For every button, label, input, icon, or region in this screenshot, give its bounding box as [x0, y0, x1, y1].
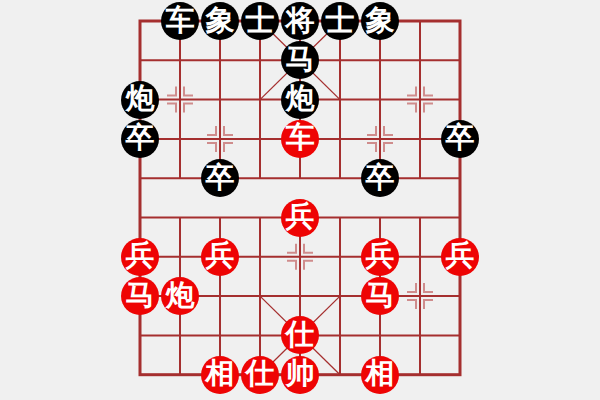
piece-black-cannon[interactable]: 炮	[121, 81, 159, 119]
piece-black-elephant[interactable]: 象	[361, 2, 399, 40]
piece-red-soldier[interactable]: 兵	[361, 238, 399, 276]
piece-glyph: 相	[366, 359, 395, 388]
piece-glyph: 兵	[446, 241, 475, 270]
piece-red-horse[interactable]: 马	[361, 277, 399, 315]
piece-black-elephant[interactable]: 象	[201, 2, 239, 40]
piece-glyph: 炮	[286, 84, 315, 113]
piece-red-general[interactable]: 帅	[281, 356, 319, 394]
piece-glyph: 象	[366, 6, 395, 35]
piece-glyph: 将	[286, 6, 315, 35]
piece-red-advisor[interactable]: 仕	[281, 316, 319, 354]
piece-black-soldier[interactable]: 卒	[201, 159, 239, 197]
piece-red-cannon[interactable]: 炮	[161, 277, 199, 315]
piece-glyph: 马	[286, 45, 315, 74]
piece-glyph: 车	[286, 123, 315, 152]
piece-red-soldier[interactable]: 兵	[201, 238, 239, 276]
piece-glyph: 兵	[206, 241, 235, 270]
piece-glyph: 仕	[246, 359, 275, 388]
piece-glyph: 帅	[286, 359, 315, 388]
piece-black-cannon[interactable]: 炮	[281, 81, 319, 119]
piece-red-elephant[interactable]: 相	[361, 356, 399, 394]
piece-glyph: 相	[206, 359, 235, 388]
piece-glyph: 象	[206, 6, 235, 35]
piece-glyph: 仕	[286, 320, 315, 349]
piece-glyph: 炮	[166, 281, 195, 310]
piece-red-advisor[interactable]: 仕	[241, 356, 279, 394]
piece-red-soldier[interactable]: 兵	[441, 238, 479, 276]
piece-glyph: 兵	[366, 241, 395, 270]
piece-glyph: 士	[246, 6, 275, 35]
piece-black-horse[interactable]: 马	[281, 41, 319, 79]
piece-glyph: 卒	[126, 123, 155, 152]
piece-black-soldier[interactable]: 卒	[441, 120, 479, 158]
piece-red-soldier[interactable]: 兵	[121, 238, 159, 276]
piece-black-advisor[interactable]: 士	[241, 2, 279, 40]
piece-black-soldier[interactable]: 卒	[121, 120, 159, 158]
piece-glyph: 卒	[206, 163, 235, 192]
piece-glyph: 卒	[446, 123, 475, 152]
piece-glyph: 兵	[286, 202, 315, 231]
piece-red-elephant[interactable]: 相	[201, 356, 239, 394]
piece-glyph: 马	[126, 281, 155, 310]
piece-glyph: 马	[366, 281, 395, 310]
piece-black-general[interactable]: 将	[281, 2, 319, 40]
piece-black-advisor[interactable]: 士	[321, 2, 359, 40]
piece-glyph: 兵	[126, 241, 155, 270]
piece-red-chariot[interactable]: 车	[281, 120, 319, 158]
pieces-layer: 车象士将士象马炮炮卒卒卒卒车兵兵兵兵兵马炮马仕相仕帅相	[0, 0, 600, 400]
piece-glyph: 炮	[126, 84, 155, 113]
piece-red-horse[interactable]: 马	[121, 277, 159, 315]
piece-glyph: 士	[326, 6, 355, 35]
xiangqi-board-stage: 车象士将士象马炮炮卒卒卒卒车兵兵兵兵兵马炮马仕相仕帅相	[0, 0, 600, 400]
piece-red-soldier[interactable]: 兵	[281, 199, 319, 237]
piece-glyph: 车	[166, 6, 195, 35]
piece-black-soldier[interactable]: 卒	[361, 159, 399, 197]
piece-black-chariot[interactable]: 车	[161, 2, 199, 40]
piece-glyph: 卒	[366, 163, 395, 192]
